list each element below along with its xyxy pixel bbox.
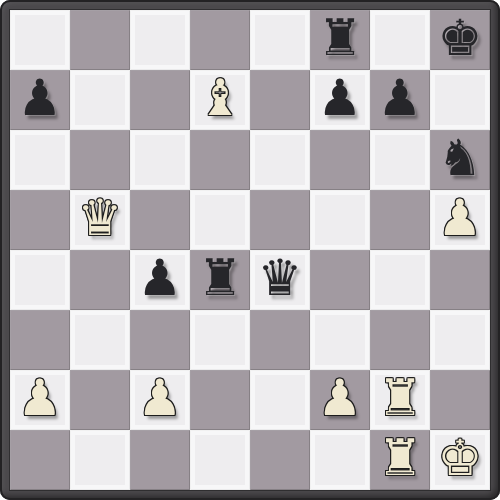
square-g1[interactable]: ♜ [370,430,430,490]
square-g2[interactable]: ♜ [370,370,430,430]
white-queen-b5[interactable]: ♛ [78,193,123,243]
white-pawn-f2[interactable]: ♟ [318,373,363,423]
square-d8[interactable] [190,10,250,70]
square-f8[interactable]: ♜ [310,10,370,70]
square-d3[interactable] [190,310,250,370]
square-h7[interactable] [430,70,490,130]
square-h2[interactable] [430,370,490,430]
chess-board: ♜♚♟♝♟♟♞♛♟♟♜♛♟♟♟♜♜♚ [10,10,490,490]
square-f2[interactable]: ♟ [310,370,370,430]
square-g3[interactable] [370,310,430,370]
square-g6[interactable] [370,130,430,190]
square-g4[interactable] [370,250,430,310]
square-e7[interactable] [250,70,310,130]
square-d7[interactable]: ♝ [190,70,250,130]
black-pawn-a7[interactable]: ♟ [18,73,63,123]
square-f5[interactable] [310,190,370,250]
square-a7[interactable]: ♟ [10,70,70,130]
black-rook-d4[interactable]: ♜ [198,253,243,303]
white-pawn-c2[interactable]: ♟ [138,373,183,423]
square-a8[interactable] [10,10,70,70]
square-e3[interactable] [250,310,310,370]
white-rook-g1[interactable]: ♜ [378,433,423,483]
square-g5[interactable] [370,190,430,250]
square-h1[interactable]: ♚ [430,430,490,490]
square-b6[interactable] [70,130,130,190]
square-h6[interactable]: ♞ [430,130,490,190]
square-c1[interactable] [130,430,190,490]
white-bishop-d7[interactable]: ♝ [198,73,243,123]
square-b3[interactable] [70,310,130,370]
square-a4[interactable] [10,250,70,310]
square-f3[interactable] [310,310,370,370]
square-b8[interactable] [70,10,130,70]
square-c7[interactable] [130,70,190,130]
square-b1[interactable] [70,430,130,490]
white-pawn-a2[interactable]: ♟ [18,373,63,423]
black-knight-h6[interactable]: ♞ [438,133,483,183]
black-rook-f8[interactable]: ♜ [318,13,363,63]
square-b7[interactable] [70,70,130,130]
square-f4[interactable] [310,250,370,310]
black-pawn-g7[interactable]: ♟ [378,73,423,123]
square-e8[interactable] [250,10,310,70]
square-f6[interactable] [310,130,370,190]
board-frame: ♜♚♟♝♟♟♞♛♟♟♜♛♟♟♟♜♜♚ [0,0,500,500]
black-king-h8[interactable]: ♚ [438,13,483,63]
white-pawn-h5[interactable]: ♟ [438,193,483,243]
square-c8[interactable] [130,10,190,70]
white-king-h1[interactable]: ♚ [438,433,483,483]
square-h8[interactable]: ♚ [430,10,490,70]
square-a2[interactable]: ♟ [10,370,70,430]
square-d1[interactable] [190,430,250,490]
square-d5[interactable] [190,190,250,250]
black-queen-e4[interactable]: ♛ [258,253,303,303]
square-a5[interactable] [10,190,70,250]
square-h4[interactable] [430,250,490,310]
square-b2[interactable] [70,370,130,430]
square-f1[interactable] [310,430,370,490]
square-b5[interactable]: ♛ [70,190,130,250]
square-d2[interactable] [190,370,250,430]
square-a3[interactable] [10,310,70,370]
square-c2[interactable]: ♟ [130,370,190,430]
square-d4[interactable]: ♜ [190,250,250,310]
square-f7[interactable]: ♟ [310,70,370,130]
square-e2[interactable] [250,370,310,430]
black-pawn-c4[interactable]: ♟ [138,253,183,303]
square-e5[interactable] [250,190,310,250]
square-h3[interactable] [430,310,490,370]
square-e6[interactable] [250,130,310,190]
square-g8[interactable] [370,10,430,70]
square-h5[interactable]: ♟ [430,190,490,250]
square-c5[interactable] [130,190,190,250]
black-pawn-f7[interactable]: ♟ [318,73,363,123]
square-c3[interactable] [130,310,190,370]
square-b4[interactable] [70,250,130,310]
white-rook-g2[interactable]: ♜ [378,373,423,423]
square-a6[interactable] [10,130,70,190]
square-e1[interactable] [250,430,310,490]
square-g7[interactable]: ♟ [370,70,430,130]
square-d6[interactable] [190,130,250,190]
square-c6[interactable] [130,130,190,190]
square-a1[interactable] [10,430,70,490]
square-c4[interactable]: ♟ [130,250,190,310]
square-e4[interactable]: ♛ [250,250,310,310]
